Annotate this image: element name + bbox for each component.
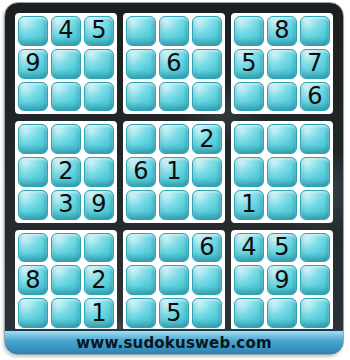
given-digit: 6	[166, 51, 181, 76]
given-digit: 2	[199, 127, 214, 152]
cell-r9c8[interactable]	[267, 298, 297, 328]
cell-r6c6[interactable]	[192, 190, 222, 220]
cell-r2c3[interactable]	[84, 49, 114, 79]
cell-r8c1[interactable]: 8	[18, 265, 48, 295]
cell-r2c6[interactable]	[192, 49, 222, 79]
cell-r4c9[interactable]	[300, 124, 330, 154]
cell-r8c7[interactable]	[234, 265, 264, 295]
cell-r4c4[interactable]	[126, 124, 156, 154]
given-digit: 4	[241, 235, 256, 260]
given-digit: 6	[199, 235, 214, 260]
cell-r3c3[interactable]	[84, 82, 114, 112]
cell-r3c6[interactable]	[192, 82, 222, 112]
cell-r8c5[interactable]	[159, 265, 189, 295]
cell-r6c1[interactable]	[18, 190, 48, 220]
cell-r4c5[interactable]	[159, 124, 189, 154]
cell-r5c1[interactable]	[18, 157, 48, 187]
given-digit: 5	[166, 301, 181, 326]
cell-r3c4[interactable]	[126, 82, 156, 112]
site-url-link[interactable]: www.sudokusweb.com	[76, 334, 271, 352]
box-2: 6	[123, 13, 225, 114]
cell-r3c7[interactable]	[234, 82, 264, 112]
given-digit: 9	[274, 268, 289, 293]
cell-r1c2[interactable]: 4	[51, 16, 81, 46]
cell-r3c9[interactable]: 6	[300, 82, 330, 112]
given-digit: 8	[25, 268, 40, 293]
cell-r9c6[interactable]	[192, 298, 222, 328]
cell-r1c4[interactable]	[126, 16, 156, 46]
cell-r7c5[interactable]	[159, 233, 189, 263]
cell-r9c4[interactable]	[126, 298, 156, 328]
cell-r5c9[interactable]	[300, 157, 330, 187]
cell-r9c1[interactable]	[18, 298, 48, 328]
cell-r1c8[interactable]: 8	[267, 16, 297, 46]
given-digit: 1	[166, 159, 181, 184]
box-3: 8576	[231, 13, 333, 114]
cell-r4c6[interactable]: 2	[192, 124, 222, 154]
cell-r6c4[interactable]	[126, 190, 156, 220]
cell-r9c9[interactable]	[300, 298, 330, 328]
given-digit: 5	[241, 51, 256, 76]
cell-r7c9[interactable]	[300, 233, 330, 263]
given-digit: 2	[91, 268, 106, 293]
cell-r4c8[interactable]	[267, 124, 297, 154]
given-digit: 5	[91, 18, 106, 43]
cell-r7c8[interactable]: 5	[267, 233, 297, 263]
cell-r9c3[interactable]: 1	[84, 298, 114, 328]
cell-r3c1[interactable]	[18, 82, 48, 112]
cell-r6c9[interactable]	[300, 190, 330, 220]
given-digit: 6	[307, 84, 322, 109]
cell-r3c5[interactable]	[159, 82, 189, 112]
cell-r5c6[interactable]	[192, 157, 222, 187]
cell-r2c4[interactable]	[126, 49, 156, 79]
cell-r4c2[interactable]	[51, 124, 81, 154]
box-6: 1	[231, 121, 333, 222]
cell-r9c7[interactable]	[234, 298, 264, 328]
cell-r5c8[interactable]	[267, 157, 297, 187]
cell-r7c4[interactable]	[126, 233, 156, 263]
box-1: 459	[15, 13, 117, 114]
cell-r1c5[interactable]	[159, 16, 189, 46]
cell-r6c3[interactable]: 9	[84, 190, 114, 220]
given-digit: 1	[91, 301, 106, 326]
cell-r7c6[interactable]: 6	[192, 233, 222, 263]
cell-r6c5[interactable]	[159, 190, 189, 220]
cell-r8c8[interactable]: 9	[267, 265, 297, 295]
cell-r7c2[interactable]	[51, 233, 81, 263]
given-digit: 8	[274, 18, 289, 43]
given-digit: 2	[58, 159, 73, 184]
sudoku-widget: 45968576239261182165459 www.sudokusweb.c…	[4, 2, 344, 355]
sudoku-board: 45968576239261182165459	[15, 13, 333, 331]
box-7: 821	[15, 230, 117, 331]
cell-r4c3[interactable]	[84, 124, 114, 154]
cell-r6c7[interactable]: 1	[234, 190, 264, 220]
cell-r5c5[interactable]: 1	[159, 157, 189, 187]
cell-r8c2[interactable]	[51, 265, 81, 295]
cell-r1c1[interactable]	[18, 16, 48, 46]
cell-r2c2[interactable]	[51, 49, 81, 79]
cell-r5c2[interactable]: 2	[51, 157, 81, 187]
cell-r8c6[interactable]	[192, 265, 222, 295]
cell-r6c2[interactable]: 3	[51, 190, 81, 220]
cell-r5c3[interactable]	[84, 157, 114, 187]
cell-r5c7[interactable]	[234, 157, 264, 187]
cell-r1c6[interactable]	[192, 16, 222, 46]
given-digit: 3	[58, 192, 73, 217]
box-5: 261	[123, 121, 225, 222]
cell-r6c8[interactable]	[267, 190, 297, 220]
given-digit: 4	[58, 18, 73, 43]
footer-bar: www.sudokusweb.com	[5, 329, 343, 354]
cell-r2c5[interactable]: 6	[159, 49, 189, 79]
cell-r2c1[interactable]: 9	[18, 49, 48, 79]
given-digit: 9	[91, 192, 106, 217]
cell-r1c3[interactable]: 5	[84, 16, 114, 46]
cell-r4c1[interactable]	[18, 124, 48, 154]
given-digit: 9	[25, 51, 40, 76]
cell-r4c7[interactable]	[234, 124, 264, 154]
cell-r3c2[interactable]	[51, 82, 81, 112]
cell-r7c1[interactable]	[18, 233, 48, 263]
box-8: 65	[123, 230, 225, 331]
cell-r8c4[interactable]	[126, 265, 156, 295]
cell-r8c9[interactable]	[300, 265, 330, 295]
cell-r1c7[interactable]	[234, 16, 264, 46]
cell-r9c2[interactable]	[51, 298, 81, 328]
given-digit: 6	[133, 159, 148, 184]
box-9: 459	[231, 230, 333, 331]
cell-r2c9[interactable]: 7	[300, 49, 330, 79]
given-digit: 5	[274, 235, 289, 260]
cell-r2c7[interactable]: 5	[234, 49, 264, 79]
cell-r7c7[interactable]: 4	[234, 233, 264, 263]
box-4: 239	[15, 121, 117, 222]
cell-r8c3[interactable]: 2	[84, 265, 114, 295]
given-digit: 1	[241, 192, 256, 217]
cell-r3c8[interactable]	[267, 82, 297, 112]
given-digit: 7	[307, 51, 322, 76]
cell-r1c9[interactable]	[300, 16, 330, 46]
cell-r2c8[interactable]	[267, 49, 297, 79]
cell-r7c3[interactable]	[84, 233, 114, 263]
cell-r5c4[interactable]: 6	[126, 157, 156, 187]
cell-r9c5[interactable]: 5	[159, 298, 189, 328]
